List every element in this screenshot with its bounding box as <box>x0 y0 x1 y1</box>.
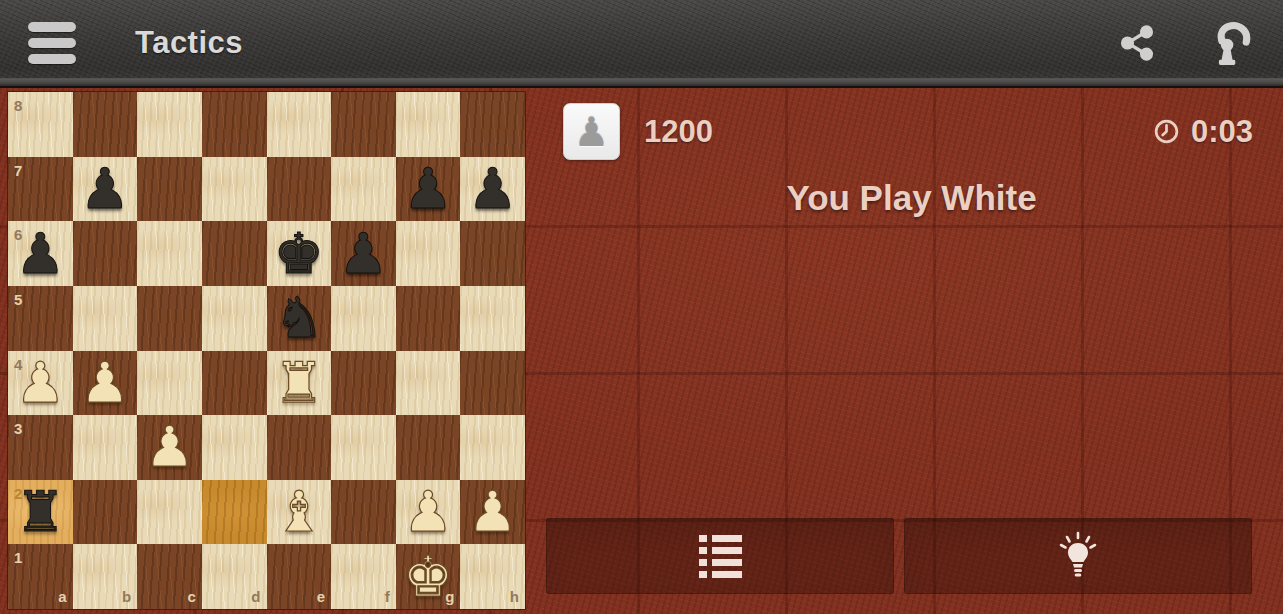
square-g7[interactable]: ♟ <box>396 157 461 222</box>
square-e6[interactable]: ♚ <box>267 221 332 286</box>
black-pawn-h7[interactable]: ♟ <box>460 157 525 222</box>
square-h3[interactable] <box>460 415 525 480</box>
topbar-stitch-seam <box>0 78 1283 88</box>
square-a7[interactable]: 7 <box>8 157 73 222</box>
square-b2[interactable] <box>73 480 138 545</box>
square-c3[interactable]: ♟ <box>137 415 202 480</box>
square-f5[interactable] <box>331 286 396 351</box>
white-pawn-c3[interactable]: ♟ <box>137 415 202 480</box>
file-label-e: e <box>317 588 325 605</box>
puzzle-header: ♟ 1200 0:03 <box>563 103 1253 160</box>
white-pawn-h2[interactable]: ♟ <box>460 480 525 545</box>
content-area: 87♟♟♟6♟♚♟5♞4♟♟♜3♟2♜♝♟♟1abcdefg♚h ♟ 1200 … <box>0 88 1283 614</box>
square-c4[interactable] <box>137 351 202 416</box>
square-f6[interactable]: ♟ <box>331 221 396 286</box>
black-king-e6[interactable]: ♚ <box>267 221 332 286</box>
square-e1[interactable]: e <box>267 544 332 609</box>
square-a8[interactable]: 8 <box>8 92 73 157</box>
square-c5[interactable] <box>137 286 202 351</box>
square-h6[interactable] <box>460 221 525 286</box>
square-f2[interactable] <box>331 480 396 545</box>
white-rook-e4[interactable]: ♜ <box>267 351 332 416</box>
rank-label-7: 7 <box>14 162 22 179</box>
square-b7[interactable]: ♟ <box>73 157 138 222</box>
square-a5[interactable]: 5 <box>8 286 73 351</box>
square-b5[interactable] <box>73 286 138 351</box>
square-a2[interactable]: 2♜ <box>8 480 73 545</box>
square-b4[interactable]: ♟ <box>73 351 138 416</box>
square-d7[interactable] <box>202 157 267 222</box>
file-label-b: b <box>122 588 131 605</box>
square-f1[interactable]: f <box>331 544 396 609</box>
square-h8[interactable] <box>460 92 525 157</box>
square-d2[interactable] <box>202 480 267 545</box>
puzzle-panel: ♟ 1200 0:03 You Play White <box>540 88 1283 614</box>
square-g8[interactable] <box>396 92 461 157</box>
page-title: Tactics <box>135 25 243 61</box>
square-f7[interactable] <box>331 157 396 222</box>
square-h2[interactable]: ♟ <box>460 480 525 545</box>
square-c8[interactable] <box>137 92 202 157</box>
square-b8[interactable] <box>73 92 138 157</box>
white-bishop-e2[interactable]: ♝ <box>267 480 332 545</box>
square-a1[interactable]: 1a <box>8 544 73 609</box>
square-e3[interactable] <box>267 415 332 480</box>
rank-label-4: 4 <box>14 356 22 373</box>
rank-label-6: 6 <box>14 226 22 243</box>
rank-label-3: 3 <box>14 420 22 437</box>
square-d5[interactable] <box>202 286 267 351</box>
black-pawn-g7[interactable]: ♟ <box>396 157 461 222</box>
file-label-a: a <box>58 588 66 605</box>
moves-list-button[interactable] <box>546 518 894 594</box>
square-e2[interactable]: ♝ <box>267 480 332 545</box>
clock-icon <box>1153 118 1180 145</box>
square-g2[interactable]: ♟ <box>396 480 461 545</box>
hamburger-menu-icon[interactable] <box>28 22 76 64</box>
hint-button[interactable] <box>904 518 1252 594</box>
square-d3[interactable] <box>202 415 267 480</box>
square-b3[interactable] <box>73 415 138 480</box>
square-g5[interactable] <box>396 286 461 351</box>
square-e7[interactable] <box>267 157 332 222</box>
square-g4[interactable] <box>396 351 461 416</box>
top-app-bar: Tactics <box>0 0 1283 88</box>
square-c2[interactable] <box>137 480 202 545</box>
square-c6[interactable] <box>137 221 202 286</box>
file-label-f: f <box>385 588 390 605</box>
square-b1[interactable]: b <box>73 544 138 609</box>
lightbulb-icon <box>1056 531 1100 581</box>
file-label-g: g <box>445 588 454 605</box>
square-f8[interactable] <box>331 92 396 157</box>
rank-label-8: 8 <box>14 97 22 114</box>
timer-value: 0:03 <box>1191 114 1253 150</box>
square-f4[interactable] <box>331 351 396 416</box>
square-e4[interactable]: ♜ <box>267 351 332 416</box>
square-h4[interactable] <box>460 351 525 416</box>
square-g1[interactable]: g♚ <box>396 544 461 609</box>
file-label-h: h <box>510 588 519 605</box>
white-pawn-g2[interactable]: ♟ <box>396 480 461 545</box>
timer: 0:03 <box>1153 114 1253 150</box>
rank-label-2: 2 <box>14 485 22 502</box>
square-e5[interactable]: ♞ <box>267 286 332 351</box>
file-label-c: c <box>188 588 196 605</box>
square-h5[interactable] <box>460 286 525 351</box>
tactics-screen: Tactics <box>0 0 1283 614</box>
pawn-icon: ♟ <box>574 109 610 155</box>
rank-label-1: 1 <box>14 549 22 566</box>
square-b6[interactable] <box>73 221 138 286</box>
share-icon[interactable] <box>1114 20 1160 66</box>
square-f3[interactable] <box>331 415 396 480</box>
rating-badge: ♟ <box>563 103 620 160</box>
square-h7[interactable]: ♟ <box>460 157 525 222</box>
black-pawn-f6[interactable]: ♟ <box>331 221 396 286</box>
square-g6[interactable] <box>396 221 461 286</box>
white-pawn-b4[interactable]: ♟ <box>73 351 138 416</box>
square-d1[interactable]: d <box>202 544 267 609</box>
square-g3[interactable] <box>396 415 461 480</box>
rank-label-5: 5 <box>14 291 22 308</box>
puzzle-rating: 1200 <box>644 114 713 150</box>
puzzle-message: You Play White <box>540 178 1283 218</box>
square-e8[interactable] <box>267 92 332 157</box>
square-a6[interactable]: 6♟ <box>8 221 73 286</box>
square-d8[interactable] <box>202 92 267 157</box>
square-c7[interactable] <box>137 157 202 222</box>
list-icon <box>699 535 742 578</box>
square-c1[interactable]: c <box>137 544 202 609</box>
square-a4[interactable]: 4♟ <box>8 351 73 416</box>
black-pawn-b7[interactable]: ♟ <box>73 157 138 222</box>
square-h1[interactable]: h <box>460 544 525 609</box>
square-d4[interactable] <box>202 351 267 416</box>
square-a3[interactable]: 3 <box>8 415 73 480</box>
chess-board[interactable]: 87♟♟♟6♟♚♟5♞4♟♟♜3♟2♜♝♟♟1abcdefg♚h <box>8 92 525 609</box>
file-label-d: d <box>251 588 260 605</box>
black-knight-e5[interactable]: ♞ <box>267 286 332 351</box>
hand-holding-pawn-icon[interactable] <box>1206 20 1252 66</box>
square-d6[interactable] <box>202 221 267 286</box>
